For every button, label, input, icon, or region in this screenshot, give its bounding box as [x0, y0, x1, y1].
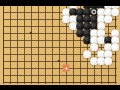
go-board[interactable]: [0, 0, 120, 90]
top-letterbox-bar: [0, 0, 120, 6]
white-stone: [111, 43, 119, 51]
white-stone: [90, 43, 98, 51]
last-move-circle-marker: [91, 9, 97, 15]
white-stone: [104, 15, 112, 23]
marker-dot: [65, 67, 67, 69]
move-suggestion-marker[interactable]: [63, 65, 70, 72]
go-app-screen: [0, 0, 120, 90]
white-stone: [104, 57, 112, 65]
white-stone: [83, 50, 91, 58]
white-stone: [111, 8, 119, 16]
bottom-letterbox-bar: [0, 85, 120, 90]
